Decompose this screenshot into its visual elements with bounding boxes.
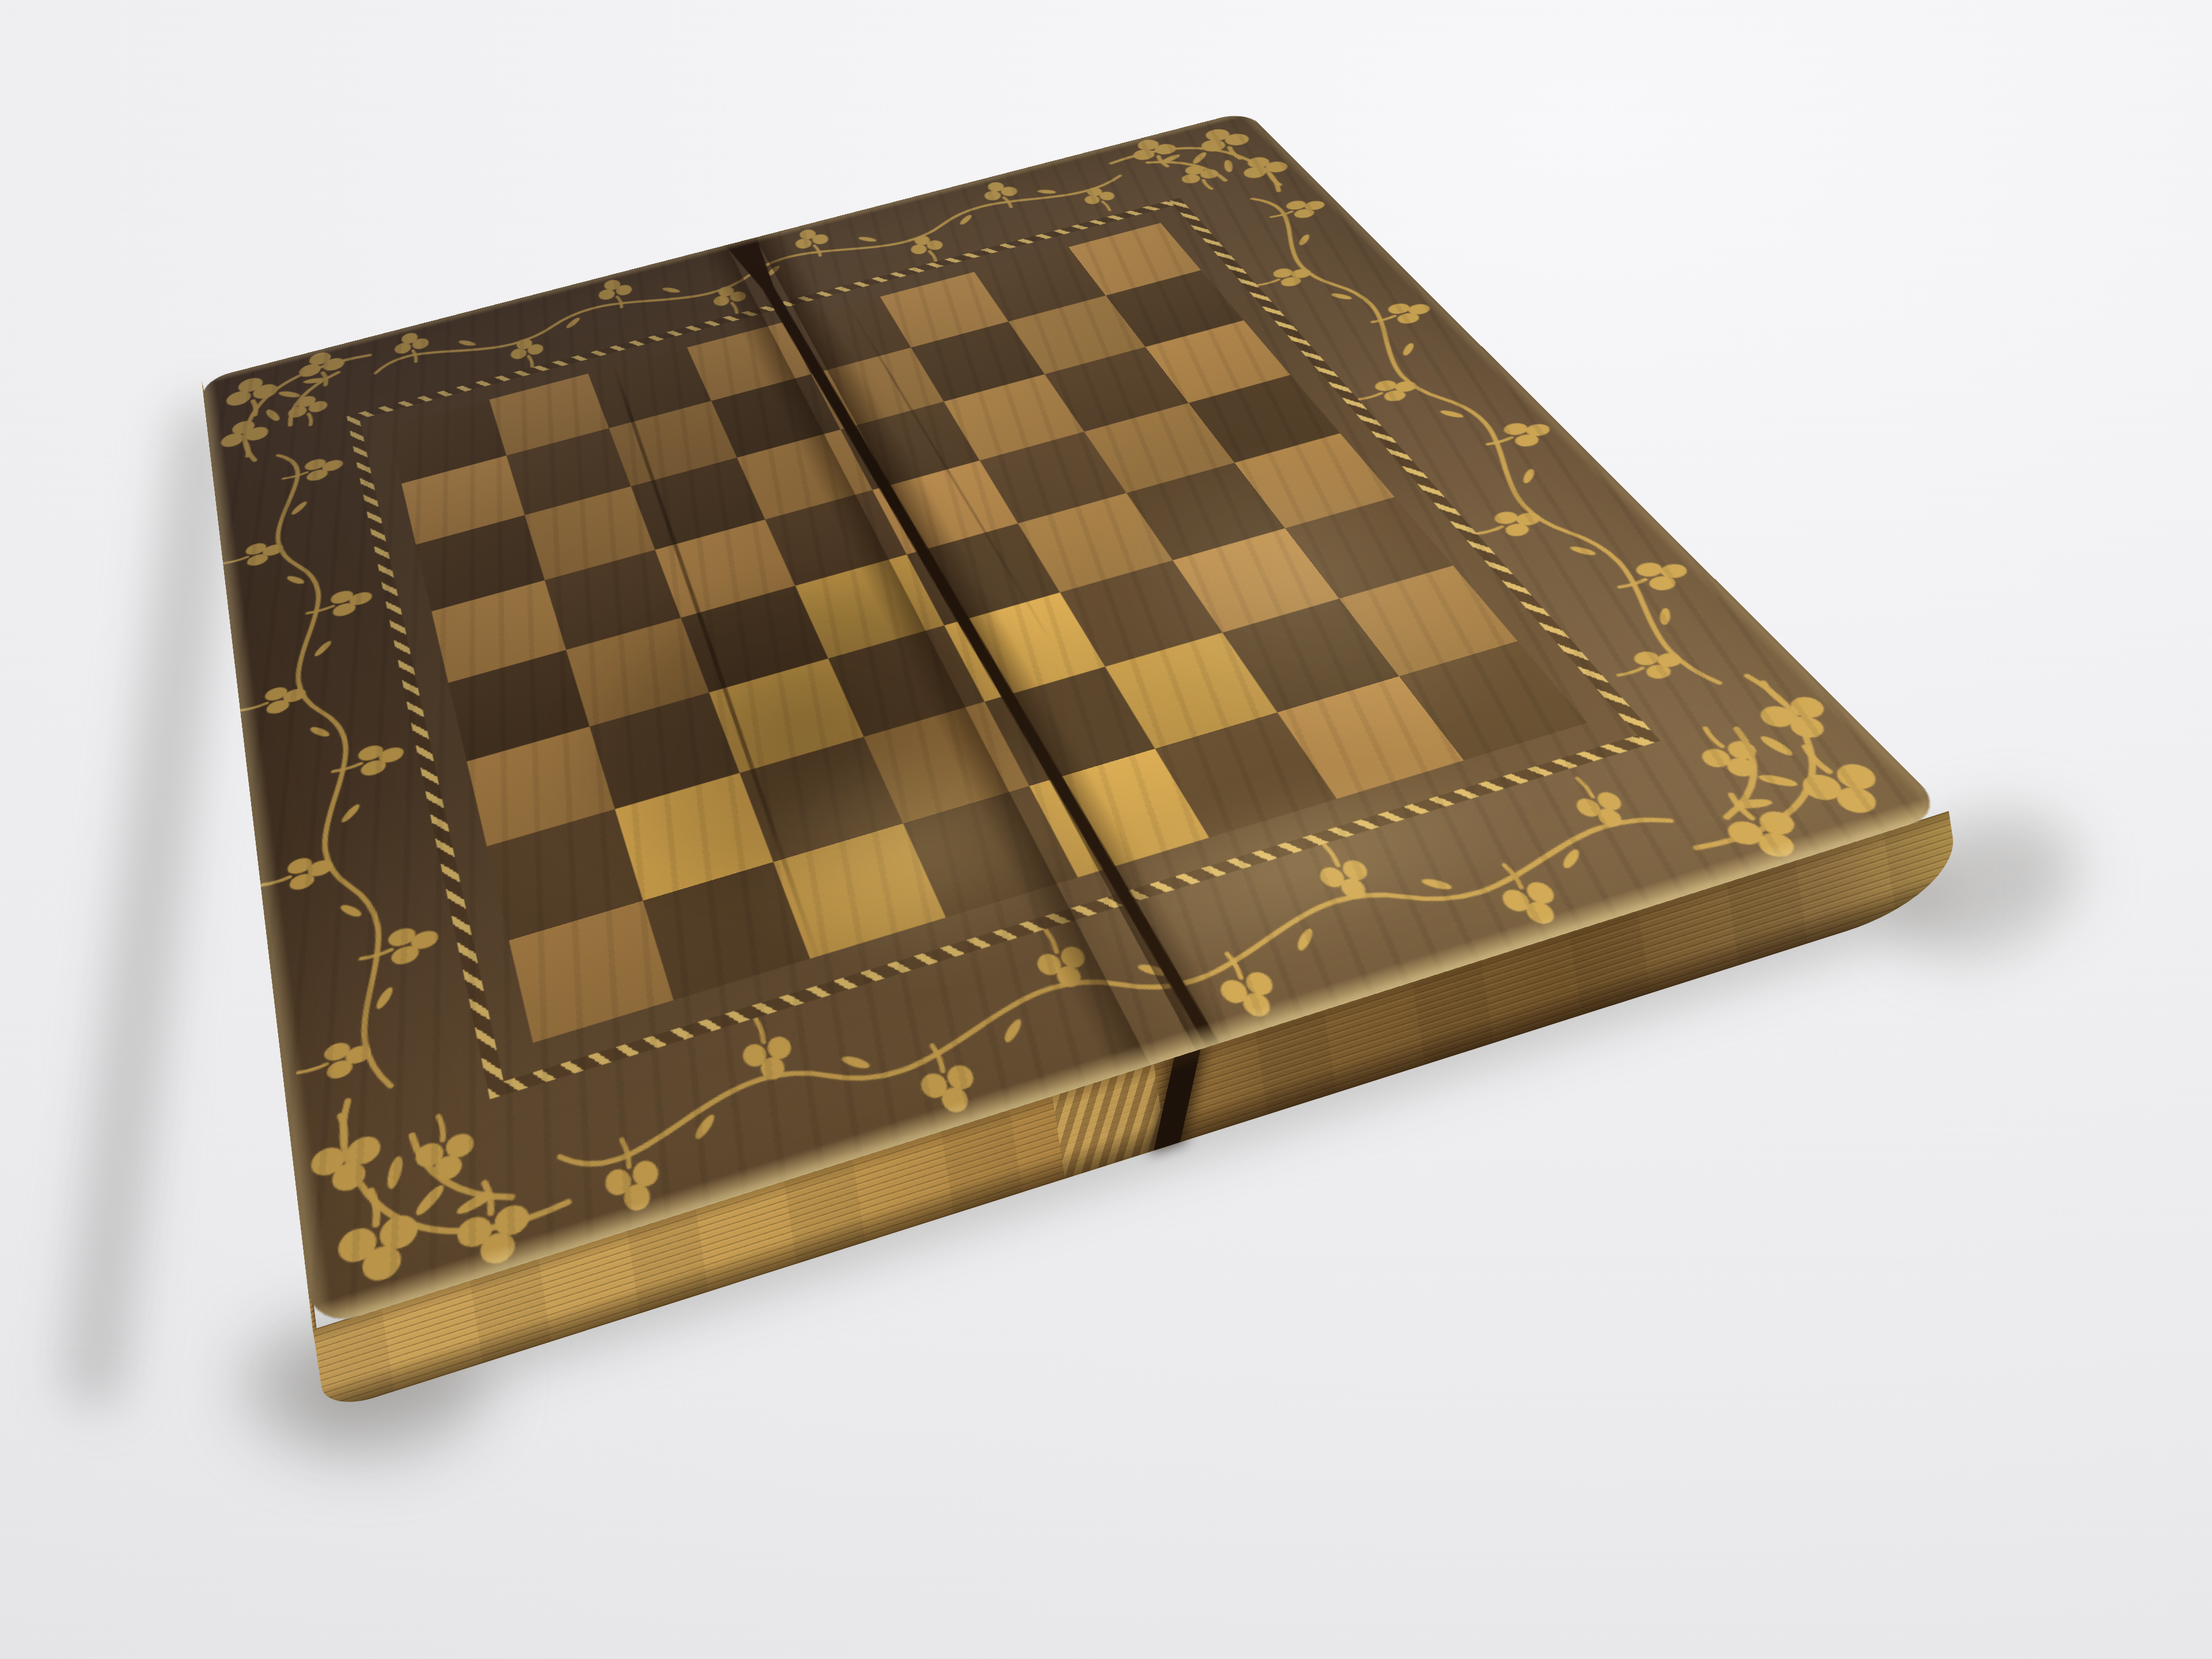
board-shadow-left xyxy=(58,397,242,1412)
photo-scene xyxy=(0,0,2212,1659)
